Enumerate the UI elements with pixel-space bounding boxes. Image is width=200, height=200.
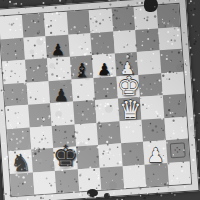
- square-c5[interactable]: ♟: [49, 79, 73, 103]
- square-b8[interactable]: [21, 13, 45, 37]
- square-c6[interactable]: [47, 57, 71, 81]
- square-e1[interactable]: [100, 166, 124, 190]
- square-b4[interactable]: [28, 103, 52, 127]
- black-pawn-piece[interactable]: ♟: [54, 87, 69, 104]
- square-d1[interactable]: [77, 167, 101, 191]
- black-knight-piece[interactable]: ♞: [10, 151, 32, 175]
- square-h4[interactable]: [162, 94, 186, 118]
- square-f2[interactable]: [121, 142, 145, 166]
- square-g5[interactable]: [138, 73, 162, 97]
- square-a5[interactable]: [4, 82, 28, 106]
- square-f1[interactable]: [122, 164, 146, 188]
- square-h8[interactable]: [156, 4, 180, 28]
- white-pawn-piece[interactable]: ♟: [147, 146, 165, 166]
- square-a7[interactable]: [1, 37, 25, 61]
- square-a6[interactable]: [2, 60, 26, 84]
- square-e8[interactable]: [89, 9, 113, 33]
- square-d2[interactable]: [76, 145, 100, 169]
- square-b3[interactable]: [29, 126, 53, 150]
- square-b7[interactable]: [23, 36, 47, 60]
- black-king-piece[interactable]: ♚: [53, 142, 79, 171]
- chessboard-frame: ♟♝♟♟♟♚♛♞♚♟⁘: [0, 0, 200, 200]
- background-clutter: [104, 193, 110, 199]
- square-e7[interactable]: [90, 31, 114, 55]
- board-stamp: ⁘: [169, 143, 185, 159]
- black-pawn-piece[interactable]: ♟: [51, 44, 65, 60]
- square-a4[interactable]: [5, 105, 29, 129]
- square-e3[interactable]: [97, 121, 121, 145]
- square-g2[interactable]: ♟: [143, 140, 167, 164]
- square-c7[interactable]: ♟: [45, 34, 69, 58]
- square-b5[interactable]: [26, 81, 50, 105]
- square-h6[interactable]: [159, 49, 183, 73]
- white-queen-piece[interactable]: ♛: [119, 96, 142, 122]
- square-e4[interactable]: [95, 98, 119, 122]
- square-h7[interactable]: [158, 26, 182, 50]
- square-g6[interactable]: [137, 50, 161, 74]
- square-b6[interactable]: [25, 58, 49, 82]
- chessboard-photo-scene: ♟♝♟♟♟♚♛♞♚♟⁘: [0, 0, 200, 200]
- square-h1[interactable]: [167, 161, 191, 185]
- square-f4[interactable]: ♛: [117, 97, 141, 121]
- square-g4[interactable]: [140, 95, 164, 119]
- square-a3[interactable]: [7, 127, 31, 151]
- square-d6[interactable]: ♝: [69, 55, 93, 79]
- square-g3[interactable]: [141, 118, 165, 142]
- square-d8[interactable]: [66, 10, 90, 34]
- square-h2[interactable]: ⁘: [165, 139, 189, 163]
- square-c2[interactable]: ♚: [53, 146, 77, 170]
- square-f7[interactable]: [113, 30, 137, 54]
- square-b1[interactable]: [32, 170, 56, 194]
- square-d4[interactable]: [73, 100, 97, 124]
- square-c8[interactable]: [44, 12, 68, 36]
- chessboard-grid: ♟♝♟♟♟♚♛♞♚♟⁘: [0, 3, 192, 197]
- square-e5[interactable]: [93, 76, 117, 100]
- black-bishop-piece[interactable]: ♝: [74, 61, 91, 80]
- square-e6[interactable]: ♟: [92, 54, 116, 78]
- square-g7[interactable]: [135, 28, 159, 52]
- square-h3[interactable]: [164, 116, 188, 140]
- square-d7[interactable]: [68, 33, 92, 57]
- background-clutter: [87, 189, 98, 197]
- black-pawn-piece[interactable]: ♟: [97, 62, 112, 78]
- square-e2[interactable]: [98, 143, 122, 167]
- square-b2[interactable]: [31, 148, 55, 172]
- square-a8[interactable]: [0, 15, 23, 39]
- square-a2[interactable]: ♞: [8, 150, 32, 174]
- square-f8[interactable]: [111, 7, 135, 31]
- square-h5[interactable]: [161, 71, 185, 95]
